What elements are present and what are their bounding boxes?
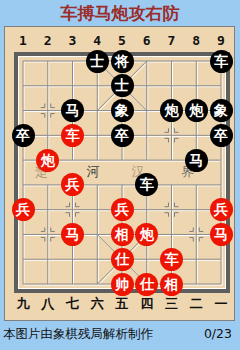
footer-bar: 本图片由象棋残局解析制作 0/23 (0, 319, 240, 350)
piece-black-r1c5[interactable]: 士 (111, 74, 134, 97)
file-label-bottom-5: 五 (112, 295, 132, 313)
piece-red-r7c3[interactable]: 马 (61, 223, 84, 246)
credit-text: 本图片由象棋残局解析制作 (3, 326, 153, 343)
file-label-top-9: 9 (211, 33, 231, 48)
file-label-bottom-8: 二 (186, 295, 206, 313)
file-label-bottom-6: 四 (137, 295, 157, 313)
piece-red-r6c1[interactable]: 兵 (12, 198, 35, 221)
piece-red-r6c9[interactable]: 兵 (210, 198, 233, 221)
xiangqi-board[interactable]: 123456789 楚河汉界 士将车士马象炮炮象卒车卒卒炮马兵车兵兵兵马相炮马仕… (4, 26, 235, 321)
file-label-top-3: 3 (63, 33, 83, 48)
piece-black-r2c3[interactable]: 马 (61, 99, 84, 122)
file-label-bottom-9: 一 (211, 295, 231, 313)
piece-red-r6c5[interactable]: 兵 (111, 198, 134, 221)
piece-red-r8c5[interactable]: 仕 (111, 248, 134, 271)
piece-black-r3c1[interactable]: 卒 (12, 124, 35, 147)
file-label-bottom-3: 七 (63, 295, 83, 313)
piece-red-r7c9[interactable]: 马 (210, 223, 233, 246)
piece-black-r0c9[interactable]: 车 (210, 50, 233, 73)
file-label-bottom-1: 九 (13, 295, 33, 313)
page-title: 车搏马炮攻右防 (0, 0, 240, 26)
piece-red-r9c6[interactable]: 仕 (135, 273, 158, 296)
piece-red-r4c2[interactable]: 炮 (36, 149, 59, 172)
river-char: 河 (83, 165, 103, 179)
file-label-top-1: 1 (13, 33, 33, 48)
file-label-top-2: 2 (38, 33, 58, 48)
file-label-top-6: 6 (137, 33, 157, 48)
piece-black-r2c7[interactable]: 炮 (160, 99, 183, 122)
piece-black-r3c9[interactable]: 卒 (210, 124, 233, 147)
piece-red-r8c7[interactable]: 车 (160, 248, 183, 271)
piece-black-r0c4[interactable]: 士 (86, 50, 109, 73)
file-label-top-7: 7 (162, 33, 182, 48)
piece-red-r9c5[interactable]: 帅 (111, 273, 134, 296)
piece-black-r4c8[interactable]: 马 (185, 149, 208, 172)
xiangqi-diagram-page: 车搏马炮攻右防 123456789 楚河汉界 士将车士马象炮炮象卒车卒卒炮马兵车… (0, 0, 240, 350)
piece-red-r3c3[interactable]: 车 (61, 124, 84, 147)
file-label-bottom-7: 三 (162, 295, 182, 313)
piece-black-r3c5[interactable]: 卒 (111, 124, 134, 147)
piece-black-r2c5[interactable]: 象 (111, 99, 134, 122)
piece-black-r2c9[interactable]: 象 (210, 99, 233, 122)
piece-red-r9c7[interactable]: 相 (160, 273, 183, 296)
piece-black-r0c5[interactable]: 将 (111, 50, 134, 73)
file-label-top-8: 8 (186, 33, 206, 48)
piece-red-r7c5[interactable]: 相 (111, 223, 134, 246)
file-label-bottom-2: 八 (38, 295, 58, 313)
file-label-bottom-4: 六 (87, 295, 107, 313)
file-label-top-5: 5 (112, 33, 132, 48)
piece-black-r2c8[interactable]: 炮 (185, 99, 208, 122)
move-counter: 0/23 (204, 326, 232, 341)
file-label-top-4: 4 (87, 33, 107, 48)
